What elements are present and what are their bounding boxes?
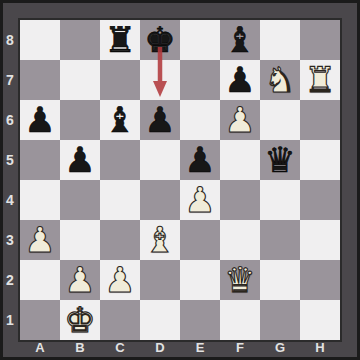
square-c5[interactable] — [100, 140, 140, 180]
piece-white-queen[interactable]: ♛ — [220, 260, 260, 300]
square-f3[interactable] — [220, 220, 260, 260]
square-b1[interactable]: ♚ — [60, 300, 100, 340]
square-a1[interactable] — [20, 300, 60, 340]
square-c7[interactable] — [100, 60, 140, 100]
square-e5[interactable]: ♟ — [180, 140, 220, 180]
square-b8[interactable] — [60, 20, 100, 60]
file-label-g: G — [260, 340, 300, 357]
square-e2[interactable] — [180, 260, 220, 300]
square-g2[interactable] — [260, 260, 300, 300]
file-labels: ABCDEFGH — [20, 340, 340, 357]
square-f8[interactable]: ♝ — [220, 20, 260, 60]
square-f2[interactable]: ♛ — [220, 260, 260, 300]
square-f4[interactable] — [220, 180, 260, 220]
square-a3[interactable]: ♟ — [20, 220, 60, 260]
square-h2[interactable] — [300, 260, 340, 300]
file-label-d: D — [140, 340, 180, 357]
file-label-e: E — [180, 340, 220, 357]
square-g6[interactable] — [260, 100, 300, 140]
square-g7[interactable]: ♞ — [260, 60, 300, 100]
piece-white-pawn[interactable]: ♟ — [180, 180, 220, 220]
square-h8[interactable] — [300, 20, 340, 60]
piece-white-pawn[interactable]: ♟ — [220, 100, 260, 140]
piece-white-bishop[interactable]: ♝ — [140, 220, 180, 260]
square-d1[interactable] — [140, 300, 180, 340]
square-a6[interactable]: ♟ — [20, 100, 60, 140]
square-e4[interactable]: ♟ — [180, 180, 220, 220]
square-c3[interactable] — [100, 220, 140, 260]
rank-label-8: 8 — [0, 20, 20, 60]
piece-white-pawn[interactable]: ♟ — [20, 220, 60, 260]
piece-black-pawn[interactable]: ♟ — [60, 140, 100, 180]
square-g8[interactable] — [260, 20, 300, 60]
rank-label-4: 4 — [0, 180, 20, 220]
file-label-c: C — [100, 340, 140, 357]
square-a7[interactable] — [20, 60, 60, 100]
rank-labels: 87654321 — [0, 20, 20, 340]
piece-black-pawn[interactable]: ♟ — [140, 100, 180, 140]
square-d3[interactable]: ♝ — [140, 220, 180, 260]
file-label-b: B — [60, 340, 100, 357]
square-g5[interactable]: ♛ — [260, 140, 300, 180]
square-c4[interactable] — [100, 180, 140, 220]
square-d2[interactable] — [140, 260, 180, 300]
piece-black-queen[interactable]: ♛ — [260, 140, 300, 180]
square-b7[interactable] — [60, 60, 100, 100]
piece-black-pawn[interactable]: ♟ — [220, 60, 260, 100]
square-c8[interactable]: ♜ — [100, 20, 140, 60]
square-e6[interactable] — [180, 100, 220, 140]
square-b3[interactable] — [60, 220, 100, 260]
piece-black-bishop[interactable]: ♝ — [100, 100, 140, 140]
rank-label-5: 5 — [0, 140, 20, 180]
square-d4[interactable] — [140, 180, 180, 220]
square-h4[interactable] — [300, 180, 340, 220]
square-f1[interactable] — [220, 300, 260, 340]
square-a4[interactable] — [20, 180, 60, 220]
square-h3[interactable] — [300, 220, 340, 260]
piece-black-pawn[interactable]: ♟ — [20, 100, 60, 140]
square-c2[interactable]: ♟ — [100, 260, 140, 300]
square-b6[interactable] — [60, 100, 100, 140]
square-d5[interactable] — [140, 140, 180, 180]
piece-black-bishop[interactable]: ♝ — [220, 20, 260, 60]
square-f5[interactable] — [220, 140, 260, 180]
square-g1[interactable] — [260, 300, 300, 340]
square-b4[interactable] — [60, 180, 100, 220]
square-a2[interactable] — [20, 260, 60, 300]
square-c1[interactable] — [100, 300, 140, 340]
square-c6[interactable]: ♝ — [100, 100, 140, 140]
square-a5[interactable] — [20, 140, 60, 180]
square-h5[interactable] — [300, 140, 340, 180]
square-d8[interactable]: ♚ — [140, 20, 180, 60]
piece-white-pawn[interactable]: ♟ — [60, 260, 100, 300]
square-h1[interactable] — [300, 300, 340, 340]
square-d6[interactable]: ♟ — [140, 100, 180, 140]
square-e7[interactable] — [180, 60, 220, 100]
rank-label-3: 3 — [0, 220, 20, 260]
rank-label-6: 6 — [0, 100, 20, 140]
piece-white-knight[interactable]: ♞ — [260, 60, 300, 100]
square-f7[interactable]: ♟ — [220, 60, 260, 100]
file-label-h: H — [300, 340, 340, 357]
rank-label-7: 7 — [0, 60, 20, 100]
chess-board-frame: 87654321 ABCDEFGH ♜♚♝♟♞♜♟♝♟♟♟♟♛♟♟♝♟♟♛♚ — [0, 0, 360, 360]
piece-black-rook[interactable]: ♜ — [100, 20, 140, 60]
square-f6[interactable]: ♟ — [220, 100, 260, 140]
square-g3[interactable] — [260, 220, 300, 260]
chess-board: ♜♚♝♟♞♜♟♝♟♟♟♟♛♟♟♝♟♟♛♚ — [20, 20, 340, 340]
rank-label-1: 1 — [0, 300, 20, 340]
piece-white-king[interactable]: ♚ — [60, 300, 100, 340]
piece-black-king[interactable]: ♚ — [140, 20, 180, 60]
square-e3[interactable] — [180, 220, 220, 260]
square-h6[interactable] — [300, 100, 340, 140]
square-e1[interactable] — [180, 300, 220, 340]
square-a8[interactable] — [20, 20, 60, 60]
piece-white-pawn[interactable]: ♟ — [100, 260, 140, 300]
file-label-f: F — [220, 340, 260, 357]
square-b5[interactable]: ♟ — [60, 140, 100, 180]
square-d7[interactable] — [140, 60, 180, 100]
rank-label-2: 2 — [0, 260, 20, 300]
piece-black-pawn[interactable]: ♟ — [180, 140, 220, 180]
file-label-a: A — [20, 340, 60, 357]
square-b2[interactable]: ♟ — [60, 260, 100, 300]
square-g4[interactable] — [260, 180, 300, 220]
piece-white-rook[interactable]: ♜ — [300, 60, 340, 100]
square-e8[interactable] — [180, 20, 220, 60]
square-h7[interactable]: ♜ — [300, 60, 340, 100]
